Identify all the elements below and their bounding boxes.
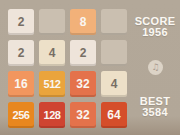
tile-32: 32 [70, 71, 96, 97]
tile-4: 4 [101, 71, 127, 97]
best-label: BEST [130, 96, 180, 107]
side-panel: SCORE 1956 ♫ BEST 3584 [130, 0, 180, 135]
empty-cell [101, 9, 127, 35]
score-value: 1956 [130, 27, 180, 38]
tile-2: 2 [8, 9, 34, 35]
sound-button[interactable]: ♫ [148, 60, 163, 75]
empty-cell [39, 9, 65, 35]
score-label: SCORE [130, 16, 180, 27]
tile-4: 4 [39, 40, 65, 66]
music-note-icon: ♫ [151, 63, 159, 72]
tile-256: 256 [8, 102, 34, 128]
best-block: BEST 3584 [130, 96, 180, 117]
best-value: 3584 [130, 107, 180, 118]
tile-512: 512 [39, 71, 65, 97]
tile-128: 128 [39, 102, 65, 128]
empty-cell [101, 40, 127, 66]
tile-8: 8 [70, 9, 96, 35]
tile-16: 16 [8, 71, 34, 97]
tile-64: 64 [101, 102, 127, 128]
tile-2: 2 [70, 40, 96, 66]
board-grid[interactable]: 28242165123242561283264 [8, 9, 127, 128]
tile-2: 2 [8, 40, 34, 66]
tile-32: 32 [70, 102, 96, 128]
app-background: 28242165123242561283264 SCORE 1956 ♫ BES… [0, 0, 180, 135]
score-block: SCORE 1956 [130, 16, 180, 37]
